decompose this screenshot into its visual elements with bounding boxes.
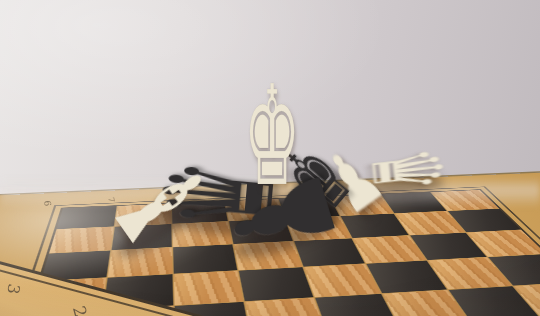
board-square <box>239 267 312 300</box>
board-square <box>174 271 244 305</box>
chess-photo-scene: 6732 ♚♛♝♟♚♟♛ <box>0 0 540 316</box>
white-king-standing: ♚ <box>244 68 301 206</box>
board-square <box>245 298 325 316</box>
